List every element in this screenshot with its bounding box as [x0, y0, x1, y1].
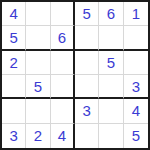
cell-r6c5[interactable] — [99, 124, 123, 148]
cell-r5c6[interactable]: 4 — [124, 99, 148, 123]
cell-r1c3[interactable] — [51, 2, 75, 26]
cell-r3c2[interactable] — [26, 51, 50, 75]
cell-r3c5[interactable]: 5 — [99, 51, 123, 75]
cell-r1c1[interactable]: 4 — [2, 2, 26, 26]
cell-r5c4[interactable]: 3 — [75, 99, 99, 123]
cell-r1c4[interactable]: 5 — [75, 2, 99, 26]
cell-r5c3[interactable] — [51, 99, 75, 123]
cell-r6c4[interactable] — [75, 124, 99, 148]
cell-r1c6[interactable]: 1 — [124, 2, 148, 26]
cell-r5c2[interactable] — [26, 99, 50, 123]
cell-r2c2[interactable] — [26, 26, 50, 50]
cell-r3c3[interactable] — [51, 51, 75, 75]
cell-r3c6[interactable] — [124, 51, 148, 75]
cell-r6c6[interactable]: 5 — [124, 124, 148, 148]
cell-r1c5[interactable]: 6 — [99, 2, 123, 26]
cell-r6c3[interactable]: 4 — [51, 124, 75, 148]
cell-r4c4[interactable] — [75, 75, 99, 99]
cell-r4c5[interactable] — [99, 75, 123, 99]
cell-r5c1[interactable] — [2, 99, 26, 123]
cell-r1c2[interactable] — [26, 2, 50, 26]
cell-r4c2[interactable]: 5 — [26, 75, 50, 99]
cell-r2c3[interactable]: 6 — [51, 26, 75, 50]
cell-r2c1[interactable]: 5 — [2, 26, 26, 50]
cell-r2c6[interactable] — [124, 26, 148, 50]
cell-r2c4[interactable] — [75, 26, 99, 50]
cell-r4c3[interactable] — [51, 75, 75, 99]
cell-r4c6[interactable]: 3 — [124, 75, 148, 99]
cell-r4c1[interactable] — [2, 75, 26, 99]
cell-r5c5[interactable] — [99, 99, 123, 123]
cell-r6c2[interactable]: 2 — [26, 124, 50, 148]
cell-r3c4[interactable] — [75, 51, 99, 75]
cell-r6c1[interactable]: 3 — [2, 124, 26, 148]
cell-r2c5[interactable] — [99, 26, 123, 50]
sudoku-board: 4561562553343245 — [0, 0, 150, 150]
cell-r3c1[interactable]: 2 — [2, 51, 26, 75]
